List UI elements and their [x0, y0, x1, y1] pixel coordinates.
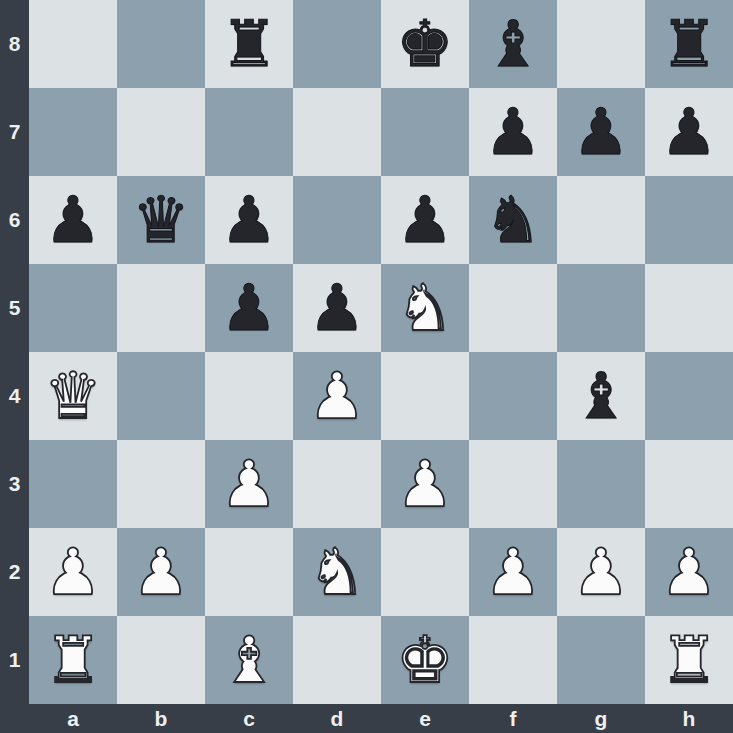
square-g3[interactable] [557, 440, 645, 528]
square-d1[interactable] [293, 616, 381, 704]
rank-label-8: 8 [0, 0, 29, 88]
white-rook[interactable]: ♜ [660, 616, 717, 704]
file-label-h: h [645, 704, 733, 733]
board-corner [0, 704, 29, 733]
square-f4[interactable] [469, 352, 557, 440]
square-e3[interactable]: ♟ [381, 440, 469, 528]
square-d4[interactable]: ♟ [293, 352, 381, 440]
rank-label-7: 7 [0, 88, 29, 176]
square-e1[interactable]: ♚ [381, 616, 469, 704]
black-bishop[interactable]: ♝ [484, 0, 541, 88]
square-e6[interactable]: ♟ [381, 176, 469, 264]
white-rook[interactable]: ♜ [44, 616, 101, 704]
square-f5[interactable] [469, 264, 557, 352]
square-c4[interactable] [205, 352, 293, 440]
white-pawn[interactable]: ♟ [660, 528, 717, 616]
square-e5[interactable]: ♞ [381, 264, 469, 352]
square-h2[interactable]: ♟ [645, 528, 733, 616]
white-pawn[interactable]: ♟ [484, 528, 541, 616]
square-h5[interactable] [645, 264, 733, 352]
square-a4[interactable]: ♛ [29, 352, 117, 440]
file-label-c: c [205, 704, 293, 733]
square-d6[interactable] [293, 176, 381, 264]
black-bishop[interactable]: ♝ [572, 352, 629, 440]
square-g6[interactable] [557, 176, 645, 264]
square-f6[interactable]: ♞ [469, 176, 557, 264]
square-e4[interactable] [381, 352, 469, 440]
square-e8[interactable]: ♚ [381, 0, 469, 88]
black-rook[interactable]: ♜ [660, 0, 717, 88]
square-c5[interactable]: ♟ [205, 264, 293, 352]
square-c6[interactable]: ♟ [205, 176, 293, 264]
rank-label-6: 6 [0, 176, 29, 264]
square-g2[interactable]: ♟ [557, 528, 645, 616]
file-label-a: a [29, 704, 117, 733]
square-a1[interactable]: ♜ [29, 616, 117, 704]
black-pawn[interactable]: ♟ [396, 176, 453, 264]
white-pawn[interactable]: ♟ [132, 528, 189, 616]
chess-board-frame: 8♜♚♝♜7♟♟♟6♟♛♟♟♞5♟♟♞4♛♟♝3♟♟2♟♟♞♟♟♟1♜♝♚♜ab… [0, 0, 733, 733]
rank-label-5: 5 [0, 264, 29, 352]
file-label-f: f [469, 704, 557, 733]
chess-board: 8♜♚♝♜7♟♟♟6♟♛♟♟♞5♟♟♞4♛♟♝3♟♟2♟♟♞♟♟♟1♜♝♚♜ab… [0, 0, 733, 733]
square-a8[interactable] [29, 0, 117, 88]
black-pawn[interactable]: ♟ [484, 88, 541, 176]
square-b1[interactable] [117, 616, 205, 704]
white-knight[interactable]: ♞ [396, 264, 453, 352]
file-label-g: g [557, 704, 645, 733]
square-h8[interactable]: ♜ [645, 0, 733, 88]
black-queen[interactable]: ♛ [132, 176, 189, 264]
square-f2[interactable]: ♟ [469, 528, 557, 616]
square-f7[interactable]: ♟ [469, 88, 557, 176]
square-b8[interactable] [117, 0, 205, 88]
white-knight[interactable]: ♞ [308, 528, 365, 616]
file-label-e: e [381, 704, 469, 733]
file-label-d: d [293, 704, 381, 733]
square-b2[interactable]: ♟ [117, 528, 205, 616]
square-a3[interactable] [29, 440, 117, 528]
square-c1[interactable]: ♝ [205, 616, 293, 704]
square-a6[interactable]: ♟ [29, 176, 117, 264]
square-f8[interactable]: ♝ [469, 0, 557, 88]
black-pawn[interactable]: ♟ [660, 88, 717, 176]
square-d2[interactable]: ♞ [293, 528, 381, 616]
square-a5[interactable] [29, 264, 117, 352]
square-b6[interactable]: ♛ [117, 176, 205, 264]
square-d8[interactable] [293, 0, 381, 88]
square-h4[interactable] [645, 352, 733, 440]
square-a7[interactable] [29, 88, 117, 176]
black-pawn[interactable]: ♟ [308, 264, 365, 352]
white-queen[interactable]: ♛ [44, 352, 101, 440]
rank-label-4: 4 [0, 352, 29, 440]
square-d7[interactable] [293, 88, 381, 176]
black-pawn[interactable]: ♟ [44, 176, 101, 264]
square-e7[interactable] [381, 88, 469, 176]
white-pawn[interactable]: ♟ [396, 440, 453, 528]
square-h6[interactable] [645, 176, 733, 264]
square-h3[interactable] [645, 440, 733, 528]
square-f1[interactable] [469, 616, 557, 704]
black-king[interactable]: ♚ [396, 0, 453, 88]
square-c2[interactable] [205, 528, 293, 616]
square-b7[interactable] [117, 88, 205, 176]
square-b3[interactable] [117, 440, 205, 528]
rank-label-1: 1 [0, 616, 29, 704]
black-knight[interactable]: ♞ [484, 176, 541, 264]
black-pawn[interactable]: ♟ [572, 88, 629, 176]
square-g5[interactable] [557, 264, 645, 352]
square-f3[interactable] [469, 440, 557, 528]
black-pawn[interactable]: ♟ [220, 264, 277, 352]
square-c8[interactable]: ♜ [205, 0, 293, 88]
square-b4[interactable] [117, 352, 205, 440]
rank-label-2: 2 [0, 528, 29, 616]
square-d3[interactable] [293, 440, 381, 528]
square-g1[interactable] [557, 616, 645, 704]
rank-label-3: 3 [0, 440, 29, 528]
square-h1[interactable]: ♜ [645, 616, 733, 704]
white-bishop[interactable]: ♝ [220, 616, 277, 704]
square-h7[interactable]: ♟ [645, 88, 733, 176]
square-g7[interactable]: ♟ [557, 88, 645, 176]
square-b5[interactable] [117, 264, 205, 352]
white-king[interactable]: ♚ [396, 616, 453, 704]
square-a2[interactable]: ♟ [29, 528, 117, 616]
white-pawn[interactable]: ♟ [44, 528, 101, 616]
black-rook[interactable]: ♜ [220, 0, 277, 88]
square-g8[interactable] [557, 0, 645, 88]
square-e2[interactable] [381, 528, 469, 616]
file-label-b: b [117, 704, 205, 733]
square-c7[interactable] [205, 88, 293, 176]
white-pawn[interactable]: ♟ [220, 440, 277, 528]
square-g4[interactable]: ♝ [557, 352, 645, 440]
square-d5[interactable]: ♟ [293, 264, 381, 352]
square-c3[interactable]: ♟ [205, 440, 293, 528]
white-pawn[interactable]: ♟ [572, 528, 629, 616]
black-pawn[interactable]: ♟ [220, 176, 277, 264]
white-pawn[interactable]: ♟ [308, 352, 365, 440]
